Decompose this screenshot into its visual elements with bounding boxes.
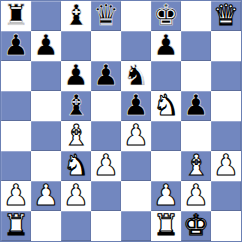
white-pawn[interactable]: ♟ [183, 181, 209, 210]
square-b6[interactable] [31, 61, 61, 91]
square-a4[interactable] [1, 121, 31, 151]
black-queen[interactable]: ♛ [93, 1, 119, 30]
black-bishop[interactable]: ♝ [63, 1, 89, 30]
square-b3[interactable] [31, 151, 61, 181]
white-knight[interactable]: ♞ [63, 151, 89, 180]
black-bishop[interactable]: ♝ [63, 91, 89, 120]
square-g1[interactable]: ♚ [181, 211, 211, 241]
white-pawn[interactable]: ♟ [93, 151, 119, 180]
white-pawn[interactable]: ♟ [123, 121, 149, 150]
square-c6[interactable]: ♟ [61, 61, 91, 91]
black-pawn[interactable]: ♟ [123, 91, 149, 120]
square-d8[interactable]: ♛ [91, 1, 121, 31]
square-e5[interactable]: ♟ [121, 91, 151, 121]
square-a8[interactable]: ♜ [1, 1, 31, 31]
square-h4[interactable] [211, 121, 241, 151]
square-a6[interactable] [1, 61, 31, 91]
white-pawn[interactable]: ♟ [3, 181, 29, 210]
square-c5[interactable]: ♝ [61, 91, 91, 121]
black-pawn[interactable]: ♟ [153, 31, 179, 60]
square-d6[interactable]: ♟ [91, 61, 121, 91]
square-f6[interactable] [151, 61, 181, 91]
square-c7[interactable] [61, 31, 91, 61]
square-b2[interactable]: ♟ [31, 181, 61, 211]
square-h6[interactable] [211, 61, 241, 91]
square-f7[interactable]: ♟ [151, 31, 181, 61]
chess-board: ♜♝♛♚♛♟♟♟♟♟♞♝♟♞♟♝♟♞♟♝♟♟♟♟♟♟♜♜♚ [0, 0, 242, 242]
square-h8[interactable]: ♛ [211, 1, 241, 31]
black-king[interactable]: ♚ [153, 1, 179, 30]
square-h2[interactable] [211, 181, 241, 211]
square-f2[interactable]: ♟ [151, 181, 181, 211]
black-knight[interactable]: ♞ [123, 61, 149, 90]
square-g8[interactable] [181, 1, 211, 31]
square-a1[interactable]: ♜ [1, 211, 31, 241]
square-e1[interactable] [121, 211, 151, 241]
square-a3[interactable] [1, 151, 31, 181]
white-rook[interactable]: ♜ [153, 211, 179, 240]
square-g7[interactable] [181, 31, 211, 61]
square-a7[interactable]: ♟ [1, 31, 31, 61]
square-g5[interactable]: ♟ [181, 91, 211, 121]
square-e6[interactable]: ♞ [121, 61, 151, 91]
square-e3[interactable] [121, 151, 151, 181]
square-b8[interactable] [31, 1, 61, 31]
white-knight[interactable]: ♞ [153, 91, 179, 120]
square-d7[interactable] [91, 31, 121, 61]
white-pawn[interactable]: ♟ [63, 181, 89, 210]
square-f3[interactable] [151, 151, 181, 181]
square-f1[interactable]: ♜ [151, 211, 181, 241]
square-c8[interactable]: ♝ [61, 1, 91, 31]
black-pawn[interactable]: ♟ [93, 61, 119, 90]
square-b4[interactable] [31, 121, 61, 151]
square-a5[interactable] [1, 91, 31, 121]
square-a2[interactable]: ♟ [1, 181, 31, 211]
white-king[interactable]: ♚ [183, 211, 209, 240]
square-d4[interactable] [91, 121, 121, 151]
square-g6[interactable] [181, 61, 211, 91]
white-bishop[interactable]: ♝ [63, 121, 89, 150]
square-g3[interactable]: ♝ [181, 151, 211, 181]
square-b5[interactable] [31, 91, 61, 121]
white-bishop[interactable]: ♝ [183, 151, 209, 180]
square-h3[interactable]: ♟ [211, 151, 241, 181]
square-c4[interactable]: ♝ [61, 121, 91, 151]
square-e4[interactable]: ♟ [121, 121, 151, 151]
square-f8[interactable]: ♚ [151, 1, 181, 31]
black-rook[interactable]: ♜ [3, 1, 29, 30]
square-d3[interactable]: ♟ [91, 151, 121, 181]
square-c2[interactable]: ♟ [61, 181, 91, 211]
black-pawn[interactable]: ♟ [33, 31, 59, 60]
square-c3[interactable]: ♞ [61, 151, 91, 181]
square-d5[interactable] [91, 91, 121, 121]
square-d2[interactable] [91, 181, 121, 211]
square-d1[interactable] [91, 211, 121, 241]
square-h1[interactable] [211, 211, 241, 241]
white-rook[interactable]: ♜ [3, 211, 29, 240]
square-e2[interactable] [121, 181, 151, 211]
square-e7[interactable] [121, 31, 151, 61]
square-g2[interactable]: ♟ [181, 181, 211, 211]
white-pawn[interactable]: ♟ [33, 181, 59, 210]
square-h5[interactable] [211, 91, 241, 121]
white-pawn[interactable]: ♟ [153, 181, 179, 210]
square-c1[interactable] [61, 211, 91, 241]
white-pawn[interactable]: ♟ [213, 151, 239, 180]
square-f5[interactable]: ♞ [151, 91, 181, 121]
black-pawn[interactable]: ♟ [63, 61, 89, 90]
square-f4[interactable] [151, 121, 181, 151]
white-queen[interactable]: ♛ [213, 1, 239, 30]
square-b1[interactable] [31, 211, 61, 241]
square-h7[interactable] [211, 31, 241, 61]
black-pawn[interactable]: ♟ [3, 31, 29, 60]
square-g4[interactable] [181, 121, 211, 151]
square-e8[interactable] [121, 1, 151, 31]
square-b7[interactable]: ♟ [31, 31, 61, 61]
black-pawn[interactable]: ♟ [183, 91, 209, 120]
